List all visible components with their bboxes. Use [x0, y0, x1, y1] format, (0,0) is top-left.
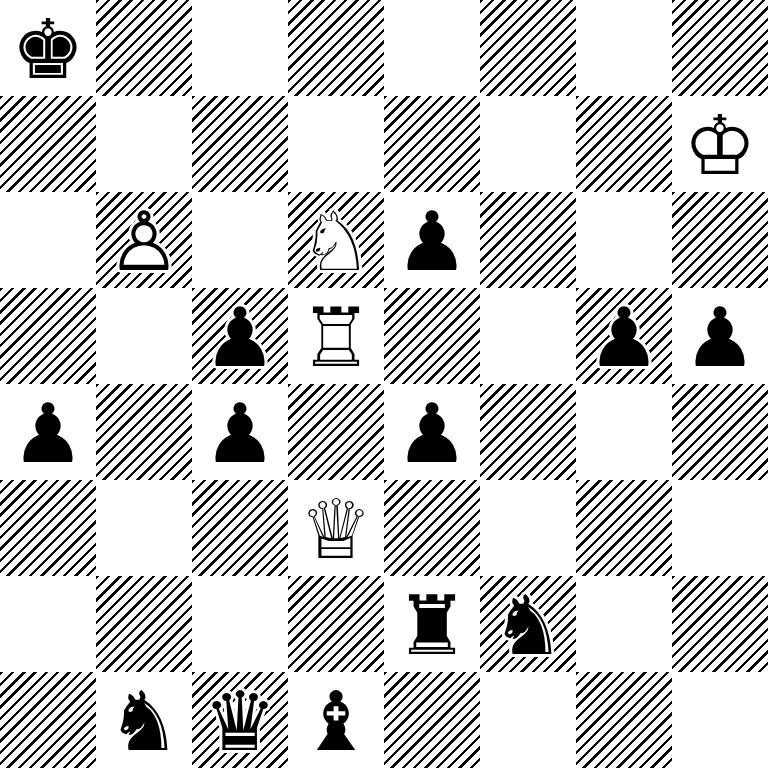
- square-b8[interactable]: [96, 0, 192, 96]
- square-b5[interactable]: [96, 288, 192, 384]
- piece-outline-glyph: ♙: [96, 192, 192, 288]
- square-d1[interactable]: ♝: [288, 672, 384, 768]
- piece-fill-glyph: ♛: [192, 672, 288, 768]
- square-e1[interactable]: [384, 672, 480, 768]
- white-knight-d6[interactable]: ♞♘: [288, 192, 384, 288]
- square-g7[interactable]: [576, 96, 672, 192]
- square-f5[interactable]: [480, 288, 576, 384]
- square-a7[interactable]: [0, 96, 96, 192]
- black-knight-f2[interactable]: ♞: [480, 576, 576, 672]
- square-h1[interactable]: [672, 672, 768, 768]
- piece-fill-glyph: ♟: [192, 384, 288, 480]
- square-a3[interactable]: [0, 480, 96, 576]
- piece-fill-glyph: ♚: [0, 0, 96, 96]
- square-b6[interactable]: ♟♙: [96, 192, 192, 288]
- square-f6[interactable]: [480, 192, 576, 288]
- piece-fill-glyph: ♟: [384, 192, 480, 288]
- piece-outline-glyph: ♕: [288, 480, 384, 576]
- black-pawn-e4[interactable]: ♟: [384, 384, 480, 480]
- square-b4[interactable]: [96, 384, 192, 480]
- piece-fill-glyph: ♟: [384, 384, 480, 480]
- white-pawn-b6[interactable]: ♟♙: [96, 192, 192, 288]
- square-d6[interactable]: ♞♘: [288, 192, 384, 288]
- square-d5[interactable]: ♜♖: [288, 288, 384, 384]
- black-pawn-g5[interactable]: ♟: [576, 288, 672, 384]
- square-e2[interactable]: ♜: [384, 576, 480, 672]
- square-g3[interactable]: [576, 480, 672, 576]
- square-f7[interactable]: [480, 96, 576, 192]
- square-c3[interactable]: [192, 480, 288, 576]
- piece-fill-glyph: ♟: [576, 288, 672, 384]
- square-a4[interactable]: ♟: [0, 384, 96, 480]
- square-b3[interactable]: [96, 480, 192, 576]
- square-d3[interactable]: ♛♕: [288, 480, 384, 576]
- square-f3[interactable]: [480, 480, 576, 576]
- piece-fill-glyph: ♟: [0, 384, 96, 480]
- square-g6[interactable]: [576, 192, 672, 288]
- square-d2[interactable]: [288, 576, 384, 672]
- piece-fill-glyph: ♝: [288, 672, 384, 768]
- black-pawn-h5[interactable]: ♟: [672, 288, 768, 384]
- square-h6[interactable]: [672, 192, 768, 288]
- white-rook-d5[interactable]: ♜♖: [288, 288, 384, 384]
- piece-fill-glyph: ♞: [96, 672, 192, 768]
- square-h8[interactable]: [672, 0, 768, 96]
- black-queen-c1[interactable]: ♛: [192, 672, 288, 768]
- square-a5[interactable]: [0, 288, 96, 384]
- chess-board: ♚♚♔♟♙♞♘♟♟♜♖♟♟♟♟♟♛♕♜♞♞♛♝: [0, 0, 768, 768]
- piece-outline-glyph: ♘: [288, 192, 384, 288]
- square-e7[interactable]: [384, 96, 480, 192]
- black-pawn-a4[interactable]: ♟: [0, 384, 96, 480]
- square-f4[interactable]: [480, 384, 576, 480]
- square-b1[interactable]: ♞: [96, 672, 192, 768]
- black-bishop-d1[interactable]: ♝: [288, 672, 384, 768]
- black-pawn-c4[interactable]: ♟: [192, 384, 288, 480]
- piece-outline-glyph: ♖: [288, 288, 384, 384]
- square-g2[interactable]: [576, 576, 672, 672]
- piece-fill-glyph: ♟: [672, 288, 768, 384]
- square-c7[interactable]: [192, 96, 288, 192]
- square-f8[interactable]: [480, 0, 576, 96]
- black-pawn-e6[interactable]: ♟: [384, 192, 480, 288]
- square-f1[interactable]: [480, 672, 576, 768]
- black-king-a8[interactable]: ♚: [0, 0, 96, 96]
- piece-fill-glyph: ♜: [384, 576, 480, 672]
- square-e4[interactable]: ♟: [384, 384, 480, 480]
- white-king-h7[interactable]: ♚♔: [672, 96, 768, 192]
- square-c2[interactable]: [192, 576, 288, 672]
- white-queen-d3[interactable]: ♛♕: [288, 480, 384, 576]
- square-d4[interactable]: [288, 384, 384, 480]
- piece-outline-glyph: ♔: [672, 96, 768, 192]
- square-e8[interactable]: [384, 0, 480, 96]
- square-g5[interactable]: ♟: [576, 288, 672, 384]
- square-a1[interactable]: [0, 672, 96, 768]
- square-c6[interactable]: [192, 192, 288, 288]
- square-h4[interactable]: [672, 384, 768, 480]
- square-e3[interactable]: [384, 480, 480, 576]
- square-g8[interactable]: [576, 0, 672, 96]
- piece-fill-glyph: ♞: [480, 576, 576, 672]
- square-h7[interactable]: ♚♔: [672, 96, 768, 192]
- piece-fill-glyph: ♟: [192, 288, 288, 384]
- square-h5[interactable]: ♟: [672, 288, 768, 384]
- square-f2[interactable]: ♞: [480, 576, 576, 672]
- square-c8[interactable]: [192, 0, 288, 96]
- square-a8[interactable]: ♚: [0, 0, 96, 96]
- square-e6[interactable]: ♟: [384, 192, 480, 288]
- square-g1[interactable]: [576, 672, 672, 768]
- square-h3[interactable]: [672, 480, 768, 576]
- square-c4[interactable]: ♟: [192, 384, 288, 480]
- square-e5[interactable]: [384, 288, 480, 384]
- square-c1[interactable]: ♛: [192, 672, 288, 768]
- square-b7[interactable]: [96, 96, 192, 192]
- square-c5[interactable]: ♟: [192, 288, 288, 384]
- square-h2[interactable]: [672, 576, 768, 672]
- square-g4[interactable]: [576, 384, 672, 480]
- square-d8[interactable]: [288, 0, 384, 96]
- black-rook-e2[interactable]: ♜: [384, 576, 480, 672]
- black-knight-b1[interactable]: ♞: [96, 672, 192, 768]
- square-b2[interactable]: [96, 576, 192, 672]
- square-d7[interactable]: [288, 96, 384, 192]
- black-pawn-c5[interactable]: ♟: [192, 288, 288, 384]
- square-a6[interactable]: [0, 192, 96, 288]
- square-a2[interactable]: [0, 576, 96, 672]
